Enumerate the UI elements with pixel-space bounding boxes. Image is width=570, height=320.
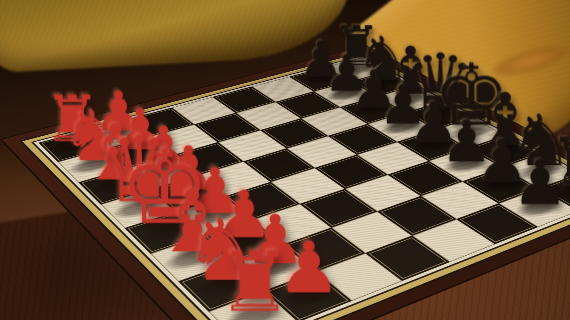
chess-board[interactable]: ♜♞♝♛♚♝♞♜♟♟♟♟♟♟♟♟♟♟♟♟♟♟♟♟♜♞♝♛♚♝♞♜ [34, 56, 570, 320]
red-rook-h1[interactable]: ♜ [179, 241, 330, 320]
board-3d-scene: ♜♞♝♛♚♝♞♜♟♟♟♟♟♟♟♟♟♟♟♟♟♟♟♟♜♞♝♛♚♝♞♜ [0, 0, 570, 320]
chess-photo-scene: ♜♞♝♛♚♝♞♜♟♟♟♟♟♟♟♟♟♟♟♟♟♟♟♟♜♞♝♛♚♝♞♜ [0, 0, 570, 320]
black-pawn-h7[interactable]: ♟ [476, 151, 570, 213]
chess-board-frame: ♜♞♝♛♚♝♞♜♟♟♟♟♟♟♟♟♟♟♟♟♟♟♟♟♜♞♝♛♚♝♞♜ [2, 46, 570, 320]
